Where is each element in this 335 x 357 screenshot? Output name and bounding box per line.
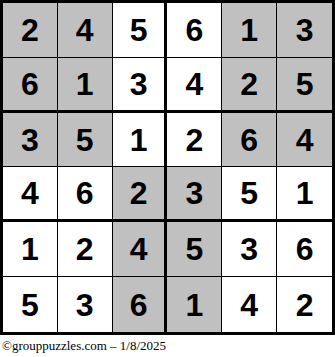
sudoku-board: 245613613425351264462351124536536142: [0, 0, 335, 335]
cell-r6c6: 2: [277, 277, 332, 332]
cell-r1c4: 6: [167, 3, 222, 58]
cell-r4c1: 4: [3, 167, 58, 222]
cell-r6c4: 1: [167, 277, 222, 332]
cell-r1c5: 1: [222, 3, 277, 58]
copyright-footer: ©grouppuzzles.com – 1/8/2025: [0, 335, 335, 357]
cell-r4c3: 2: [113, 167, 168, 222]
cell-r4c2: 6: [58, 167, 113, 222]
cell-r2c2: 1: [58, 58, 113, 113]
cell-r4c6: 1: [277, 167, 332, 222]
cell-r6c5: 4: [222, 277, 277, 332]
cell-r5c1: 1: [3, 222, 58, 277]
cell-r2c6: 5: [277, 58, 332, 113]
cell-r3c5: 6: [222, 113, 277, 168]
cell-r1c6: 3: [277, 3, 332, 58]
cell-r2c1: 6: [3, 58, 58, 113]
cell-r1c1: 2: [3, 3, 58, 58]
cell-r4c5: 5: [222, 167, 277, 222]
cell-r5c5: 3: [222, 222, 277, 277]
cell-r6c1: 5: [3, 277, 58, 332]
cell-r3c3: 1: [113, 113, 168, 168]
cell-r3c4: 2: [167, 113, 222, 168]
cell-r6c3: 6: [113, 277, 168, 332]
cell-r5c6: 6: [277, 222, 332, 277]
cell-r3c2: 5: [58, 113, 113, 168]
cell-r5c2: 2: [58, 222, 113, 277]
cell-r3c1: 3: [3, 113, 58, 168]
cell-r2c4: 4: [167, 58, 222, 113]
cell-r5c4: 5: [167, 222, 222, 277]
cell-r6c2: 3: [58, 277, 113, 332]
cell-r2c3: 3: [113, 58, 168, 113]
cell-r3c6: 4: [277, 113, 332, 168]
cell-r4c4: 3: [167, 167, 222, 222]
cell-r2c5: 2: [222, 58, 277, 113]
cell-r5c3: 4: [113, 222, 168, 277]
cell-r1c2: 4: [58, 3, 113, 58]
copyright-text: ©grouppuzzles.com – 1/8/2025: [2, 338, 166, 354]
cell-r1c3: 5: [113, 3, 168, 58]
